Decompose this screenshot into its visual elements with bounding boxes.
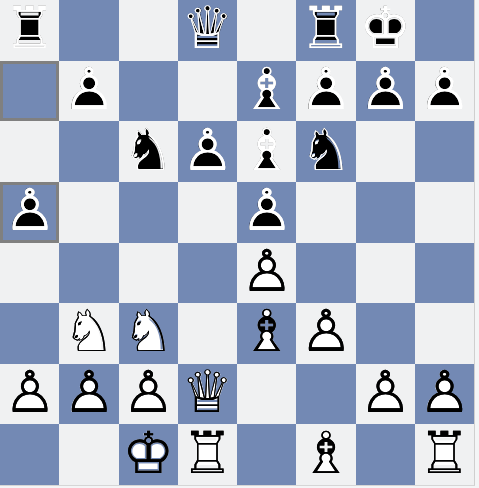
white-rook-icon[interactable]: ♜♖: [178, 424, 237, 485]
piece-outline-glyph: ♗: [241, 120, 293, 178]
black-bishop-icon[interactable]: ♝♗: [237, 121, 296, 182]
piece-outline-glyph: ♙: [300, 60, 352, 118]
square-e6[interactable]: ♝♗: [237, 121, 296, 182]
chess-board: ♜♖♛♕♜♖♚♔♟♙♝♗♟♙♟♙♟♙♞♘♟♙♝♗♞♘♟♙♟♙♟♙♞♘♞♘♝♗♟♙…: [0, 0, 475, 486]
piece-fill-glyph: ♟: [63, 60, 115, 118]
piece-fill-glyph: ♟: [4, 181, 56, 239]
black-pawn-icon[interactable]: ♟♙: [356, 61, 415, 122]
piece-fill-glyph: ♟: [63, 363, 115, 421]
square-b6[interactable]: [59, 121, 118, 182]
square-f7[interactable]: ♟♙: [296, 61, 355, 122]
piece-fill-glyph: ♝: [241, 120, 293, 178]
square-c3[interactable]: ♞♘: [119, 303, 178, 364]
square-d3[interactable]: [178, 303, 237, 364]
piece-fill-glyph: ♟: [241, 241, 293, 299]
piece-outline-glyph: ♙: [418, 363, 470, 421]
black-knight-icon[interactable]: ♞♘: [119, 121, 178, 182]
square-h3[interactable]: [415, 303, 474, 364]
square-d7[interactable]: [178, 61, 237, 122]
piece-outline-glyph: ♙: [4, 181, 56, 239]
square-c5[interactable]: [119, 182, 178, 243]
square-d4[interactable]: [178, 243, 237, 304]
square-h6[interactable]: [415, 121, 474, 182]
piece-outline-glyph: ♖: [300, 0, 352, 57]
white-knight-icon[interactable]: ♞♘: [59, 303, 118, 364]
piece-fill-glyph: ♟: [122, 363, 174, 421]
black-rook-icon[interactable]: ♜♖: [296, 0, 355, 61]
square-b8[interactable]: [59, 0, 118, 61]
piece-fill-glyph: ♟: [4, 363, 56, 421]
square-g2[interactable]: ♟♙: [356, 364, 415, 425]
square-a1[interactable]: [0, 424, 59, 485]
square-d5[interactable]: [178, 182, 237, 243]
piece-fill-glyph: ♟: [300, 302, 352, 360]
square-h1[interactable]: ♜♖: [415, 424, 474, 485]
piece-outline-glyph: ♗: [241, 60, 293, 118]
square-c1[interactable]: ♚♔: [119, 424, 178, 485]
square-a6[interactable]: [0, 121, 59, 182]
square-c8[interactable]: [119, 0, 178, 61]
piece-fill-glyph: ♜: [4, 0, 56, 57]
square-e2[interactable]: [237, 364, 296, 425]
piece-outline-glyph: ♔: [122, 423, 174, 481]
piece-outline-glyph: ♘: [300, 120, 352, 178]
square-b2[interactable]: ♟♙: [59, 364, 118, 425]
piece-fill-glyph: ♞: [122, 302, 174, 360]
square-f6[interactable]: ♞♘: [296, 121, 355, 182]
square-e5[interactable]: ♟♙: [237, 182, 296, 243]
white-bishop-icon[interactable]: ♝♗: [296, 424, 355, 485]
square-a4[interactable]: [0, 243, 59, 304]
piece-fill-glyph: ♟: [359, 363, 411, 421]
white-pawn-icon[interactable]: ♟♙: [0, 364, 59, 425]
piece-fill-glyph: ♟: [418, 60, 470, 118]
piece-fill-glyph: ♚: [359, 0, 411, 57]
square-g5[interactable]: [356, 182, 415, 243]
square-g7[interactable]: ♟♙: [356, 61, 415, 122]
piece-fill-glyph: ♜: [181, 423, 233, 481]
square-f3[interactable]: ♟♙: [296, 303, 355, 364]
square-c7[interactable]: [119, 61, 178, 122]
piece-outline-glyph: ♖: [4, 0, 56, 57]
piece-outline-glyph: ♙: [122, 363, 174, 421]
square-e1[interactable]: [237, 424, 296, 485]
piece-outline-glyph: ♙: [241, 241, 293, 299]
black-bishop-icon[interactable]: ♝♗: [237, 61, 296, 122]
white-king-icon[interactable]: ♚♔: [119, 424, 178, 485]
piece-outline-glyph: ♗: [300, 423, 352, 481]
piece-fill-glyph: ♟: [181, 120, 233, 178]
square-a3[interactable]: [0, 303, 59, 364]
piece-outline-glyph: ♙: [300, 302, 352, 360]
piece-outline-glyph: ♔: [359, 0, 411, 57]
square-b5[interactable]: [59, 182, 118, 243]
piece-fill-glyph: ♚: [122, 423, 174, 481]
square-d1[interactable]: ♜♖: [178, 424, 237, 485]
white-rook-icon[interactable]: ♜♖: [415, 424, 474, 485]
piece-outline-glyph: ♕: [181, 363, 233, 421]
piece-fill-glyph: ♟: [241, 181, 293, 239]
square-e7[interactable]: ♝♗: [237, 61, 296, 122]
square-b7[interactable]: ♟♙: [59, 61, 118, 122]
square-e4[interactable]: ♟♙: [237, 243, 296, 304]
white-pawn-icon[interactable]: ♟♙: [415, 364, 474, 425]
square-d8[interactable]: ♛♕: [178, 0, 237, 61]
square-a2[interactable]: ♟♙: [0, 364, 59, 425]
square-a7[interactable]: [0, 61, 59, 122]
black-rook-icon[interactable]: ♜♖: [0, 0, 59, 61]
piece-outline-glyph: ♘: [122, 120, 174, 178]
square-g6[interactable]: [356, 121, 415, 182]
square-b3[interactable]: ♞♘: [59, 303, 118, 364]
piece-outline-glyph: ♙: [4, 363, 56, 421]
piece-outline-glyph: ♙: [418, 60, 470, 118]
piece-fill-glyph: ♞: [122, 120, 174, 178]
piece-fill-glyph: ♛: [181, 0, 233, 57]
square-h4[interactable]: [415, 243, 474, 304]
white-pawn-icon[interactable]: ♟♙: [119, 364, 178, 425]
square-f1[interactable]: ♝♗: [296, 424, 355, 485]
piece-fill-glyph: ♟: [300, 60, 352, 118]
square-c6[interactable]: ♞♘: [119, 121, 178, 182]
square-g1[interactable]: [356, 424, 415, 485]
piece-outline-glyph: ♙: [359, 363, 411, 421]
square-e3[interactable]: ♝♗: [237, 303, 296, 364]
square-g8[interactable]: ♚♔: [356, 0, 415, 61]
piece-fill-glyph: ♜: [300, 0, 352, 57]
piece-outline-glyph: ♘: [63, 302, 115, 360]
square-g3[interactable]: [356, 303, 415, 364]
square-b4[interactable]: [59, 243, 118, 304]
square-f4[interactable]: [296, 243, 355, 304]
black-pawn-icon[interactable]: ♟♙: [415, 61, 474, 122]
square-a8[interactable]: ♜♖: [0, 0, 59, 61]
square-c4[interactable]: [119, 243, 178, 304]
white-pawn-icon[interactable]: ♟♙: [59, 364, 118, 425]
piece-outline-glyph: ♖: [418, 423, 470, 481]
black-pawn-icon[interactable]: ♟♙: [178, 121, 237, 182]
square-c2[interactable]: ♟♙: [119, 364, 178, 425]
piece-fill-glyph: ♞: [300, 120, 352, 178]
black-knight-icon[interactable]: ♞♘: [296, 121, 355, 182]
chess-app: ♜♖♛♕♜♖♚♔♟♙♝♗♟♙♟♙♟♙♞♘♟♙♝♗♞♘♟♙♟♙♟♙♞♘♞♘♝♗♟♙…: [0, 0, 479, 488]
piece-outline-glyph: ♙: [181, 120, 233, 178]
white-queen-icon[interactable]: ♛♕: [178, 364, 237, 425]
white-pawn-icon[interactable]: ♟♙: [356, 364, 415, 425]
black-queen-icon[interactable]: ♛♕: [178, 0, 237, 61]
piece-fill-glyph: ♜: [418, 423, 470, 481]
square-d6[interactable]: ♟♙: [178, 121, 237, 182]
square-h2[interactable]: ♟♙: [415, 364, 474, 425]
white-knight-icon[interactable]: ♞♘: [119, 303, 178, 364]
piece-outline-glyph: ♙: [63, 60, 115, 118]
piece-fill-glyph: ♝: [241, 60, 293, 118]
piece-fill-glyph: ♟: [418, 363, 470, 421]
square-f8[interactable]: ♜♖: [296, 0, 355, 61]
piece-fill-glyph: ♝: [241, 302, 293, 360]
white-pawn-icon[interactable]: ♟♙: [296, 303, 355, 364]
square-h8[interactable]: [415, 0, 474, 61]
black-king-icon[interactable]: ♚♔: [356, 0, 415, 61]
square-a5[interactable]: ♟♙: [0, 182, 59, 243]
piece-outline-glyph: ♖: [181, 423, 233, 481]
black-pawn-icon[interactable]: ♟♙: [237, 182, 296, 243]
square-d2[interactable]: ♛♕: [178, 364, 237, 425]
square-h7[interactable]: ♟♙: [415, 61, 474, 122]
white-bishop-icon[interactable]: ♝♗: [237, 303, 296, 364]
piece-fill-glyph: ♟: [359, 60, 411, 118]
piece-outline-glyph: ♘: [122, 302, 174, 360]
black-pawn-icon[interactable]: ♟♙: [59, 61, 118, 122]
square-b1[interactable]: [59, 424, 118, 485]
piece-outline-glyph: ♗: [241, 302, 293, 360]
black-pawn-icon[interactable]: ♟♙: [296, 61, 355, 122]
square-f5[interactable]: [296, 182, 355, 243]
white-pawn-icon[interactable]: ♟♙: [237, 243, 296, 304]
piece-outline-glyph: ♙: [241, 181, 293, 239]
piece-outline-glyph: ♕: [181, 0, 233, 57]
piece-fill-glyph: ♛: [181, 363, 233, 421]
square-f2[interactable]: [296, 364, 355, 425]
square-g4[interactable]: [356, 243, 415, 304]
piece-outline-glyph: ♙: [63, 363, 115, 421]
piece-fill-glyph: ♞: [63, 302, 115, 360]
square-h5[interactable]: [415, 182, 474, 243]
piece-fill-glyph: ♝: [300, 423, 352, 481]
black-pawn-icon[interactable]: ♟♙: [0, 182, 59, 243]
square-e8[interactable]: [237, 0, 296, 61]
piece-outline-glyph: ♙: [359, 60, 411, 118]
